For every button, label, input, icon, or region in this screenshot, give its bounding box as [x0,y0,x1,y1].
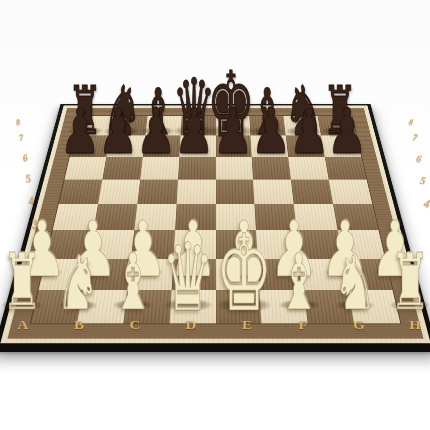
piece-black-pawn-b7[interactable]: ♟ [98,100,139,163]
piece-black-pawn-a7[interactable]: ♟ [60,100,101,163]
piece-white-knight-b1[interactable]: ♞ [55,246,99,321]
chess-set-photo: ABCDEFGH87654387654 ♜♞♝♛♚♝♞♜♟♟♟♟♟♟♟♟♟♟♟♟… [0,0,430,430]
piece-white-knight-g1[interactable]: ♞ [332,246,376,321]
piece-black-pawn-h7[interactable]: ♟ [327,100,368,163]
piece-white-queen-d1[interactable]: ♛ [162,231,214,325]
piece-white-bishop-c1[interactable]: ♝ [111,243,154,321]
piece-black-pawn-d7[interactable]: ♟ [174,100,215,163]
piece-white-bishop-f1[interactable]: ♝ [277,243,320,321]
piece-white-rook-a1[interactable]: ♜ [2,243,43,321]
piece-black-pawn-e7[interactable]: ♟ [212,100,253,163]
piece-white-rook-h1[interactable]: ♜ [390,243,430,321]
piece-black-pawn-c7[interactable]: ♟ [136,100,177,163]
piece-white-king-e1[interactable]: ♚ [215,221,272,327]
piece-black-pawn-f7[interactable]: ♟ [250,100,291,163]
pieces-layer: ♜♞♝♛♚♝♞♜♟♟♟♟♟♟♟♟♟♟♟♟♟♟♟♟♜♞♝♛♚♝♞♜ [0,0,430,430]
piece-black-pawn-g7[interactable]: ♟ [288,100,329,163]
